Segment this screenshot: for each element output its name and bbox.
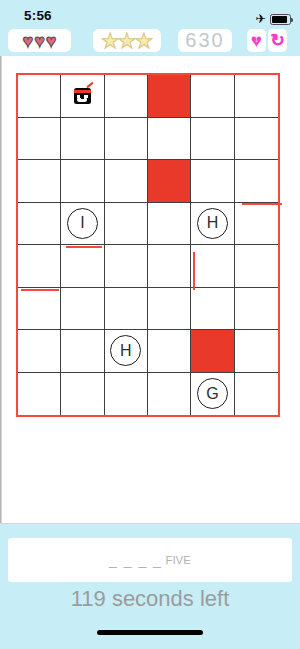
board-cell[interactable]: [18, 75, 61, 118]
board-cell[interactable]: [235, 160, 278, 203]
down-arrow-icon: ↓: [254, 34, 259, 44]
board-cell[interactable]: [105, 75, 148, 118]
letter-cell[interactable]: H: [191, 203, 234, 246]
trail-mark: [66, 246, 101, 248]
board-cell[interactable]: [105, 288, 148, 331]
board-cell[interactable]: [105, 373, 148, 416]
letter-cell[interactable]: I: [61, 203, 104, 246]
board-cell[interactable]: [148, 245, 191, 288]
board-cell[interactable]: [105, 160, 148, 203]
trail-mark: [193, 252, 195, 290]
board-cell[interactable]: [18, 373, 61, 416]
board-cell[interactable]: [191, 245, 234, 288]
board-cell[interactable]: [191, 118, 234, 161]
player-cell[interactable]: [61, 75, 104, 118]
trail-mark: [242, 203, 282, 205]
status-bar: 5:56 ✈: [0, 0, 300, 28]
board-cell[interactable]: [235, 288, 278, 331]
ninja-face-icon[interactable]: [74, 88, 91, 104]
board-cell[interactable]: [18, 245, 61, 288]
board-cell[interactable]: [61, 118, 104, 161]
airplane-mode-icon: ✈: [256, 13, 266, 26]
board-cell[interactable]: [148, 330, 191, 373]
heart-icon: ♥: [34, 32, 45, 50]
board-cell[interactable]: [235, 118, 278, 161]
word-progress: _ _ _ _FIVE: [8, 538, 292, 582]
board-cell[interactable]: [61, 330, 104, 373]
lives-display: ♥♥♥: [8, 29, 71, 52]
red-cell[interactable]: [148, 160, 191, 203]
home-indicator[interactable]: [97, 630, 203, 635]
bottom-panel: _ _ _ _FIVE 119 seconds left: [0, 523, 300, 649]
board-cell[interactable]: [191, 160, 234, 203]
score-display: 630: [178, 29, 232, 52]
star-icon: ★: [134, 30, 153, 51]
board-cell[interactable]: [105, 118, 148, 161]
timer-text: 119 seconds left: [0, 586, 300, 612]
board-cell[interactable]: [148, 203, 191, 246]
board-grid: IHHG: [18, 75, 278, 415]
letter-cell[interactable]: H: [105, 330, 148, 373]
trail-mark: [21, 289, 60, 291]
board-cell[interactable]: [235, 245, 278, 288]
board-cell[interactable]: [148, 118, 191, 161]
clock: 5:56: [24, 8, 52, 23]
gift-heart-button[interactable]: ♥ ↓: [247, 29, 266, 52]
battery-fill: [272, 16, 287, 23]
score-value: 630: [185, 29, 224, 52]
letter-G[interactable]: G: [197, 378, 228, 409]
battery-icon: [270, 14, 291, 25]
stars-display: ★★★: [93, 29, 161, 52]
letter-H[interactable]: H: [197, 208, 228, 239]
battery-nub: [291, 18, 293, 23]
board-cell[interactable]: [105, 203, 148, 246]
board-cell[interactable]: [235, 330, 278, 373]
restart-button[interactable]: ↻: [268, 29, 287, 52]
app-screen: 5:56 ✈ ♥♥♥ ★★★ 630 ♥ ↓ ↻ IHHG _ _ _ _FIV: [0, 0, 300, 649]
red-cell[interactable]: [191, 330, 234, 373]
board-cell[interactable]: [61, 160, 104, 203]
top-header: 5:56 ✈ ♥♥♥ ★★★ 630 ♥ ↓ ↻: [0, 0, 300, 56]
board-cell[interactable]: [148, 373, 191, 416]
heart-icon: ♥: [46, 32, 57, 50]
board-cell[interactable]: [191, 75, 234, 118]
letter-cell[interactable]: G: [191, 373, 234, 416]
red-cell[interactable]: [148, 75, 191, 118]
letter-I[interactable]: I: [67, 208, 98, 239]
board-cell[interactable]: [18, 288, 61, 331]
board-cell[interactable]: [191, 288, 234, 331]
board-cell[interactable]: [61, 245, 104, 288]
board-cell[interactable]: [61, 373, 104, 416]
board-cell[interactable]: [18, 160, 61, 203]
word-suffix: FIVE: [165, 554, 191, 566]
board-cell[interactable]: [148, 288, 191, 331]
board-cell[interactable]: [18, 330, 61, 373]
board-cell[interactable]: [235, 373, 278, 416]
status-icons: ✈: [256, 13, 291, 26]
board-cell[interactable]: [235, 75, 278, 118]
board-cell[interactable]: [105, 245, 148, 288]
refresh-icon: ↻: [270, 32, 284, 49]
heart-icon: ♥: [22, 32, 33, 50]
word-blanks: _ _ _ _: [109, 552, 162, 568]
letter-H[interactable]: H: [110, 335, 141, 366]
board-cell[interactable]: [18, 203, 61, 246]
game-board: IHHG: [16, 73, 280, 417]
board-cell[interactable]: [18, 118, 61, 161]
board-cell[interactable]: [61, 288, 104, 331]
board-cell[interactable]: [235, 203, 278, 246]
